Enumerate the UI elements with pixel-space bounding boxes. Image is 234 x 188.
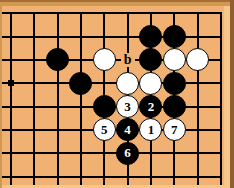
point-N16[interactable] xyxy=(69,72,92,95)
point-O15[interactable] xyxy=(93,95,116,118)
point-L12[interactable] xyxy=(23,165,46,188)
move-number-1: 1 xyxy=(148,123,155,137)
stone-white-S17[interactable] xyxy=(186,48,209,71)
point-R14[interactable]: 7 xyxy=(163,118,186,141)
point-Q13[interactable] xyxy=(139,142,162,165)
point-Q15[interactable]: 2 xyxy=(139,95,162,118)
point-T12[interactable] xyxy=(209,165,232,188)
point-T14[interactable] xyxy=(209,118,232,141)
stone-white-Q16[interactable] xyxy=(139,72,162,95)
point-O14[interactable]: 5 xyxy=(93,118,116,141)
move-number-4: 4 xyxy=(124,123,131,137)
point-Q19[interactable] xyxy=(139,2,162,25)
stone-black-N16[interactable] xyxy=(69,72,92,95)
move-number-5: 5 xyxy=(101,123,108,137)
point-P17[interactable]: b xyxy=(116,48,139,71)
stone-black-P13[interactable]: 6 xyxy=(116,142,139,165)
point-O19[interactable] xyxy=(93,2,116,25)
point-S15[interactable] xyxy=(186,95,209,118)
label-b: b xyxy=(121,53,135,67)
point-M18[interactable] xyxy=(46,25,69,48)
point-T18[interactable] xyxy=(209,25,232,48)
point-T13[interactable] xyxy=(209,142,232,165)
stone-white-O14[interactable]: 5 xyxy=(93,118,116,141)
point-R13[interactable] xyxy=(163,142,186,165)
point-K15[interactable] xyxy=(0,95,23,118)
move-number-7: 7 xyxy=(171,123,178,137)
point-O18[interactable] xyxy=(93,25,116,48)
point-S18[interactable] xyxy=(186,25,209,48)
star-point xyxy=(8,80,14,86)
point-M16[interactable] xyxy=(46,72,69,95)
point-P18[interactable] xyxy=(116,25,139,48)
point-T19[interactable] xyxy=(209,2,232,25)
point-N19[interactable] xyxy=(69,2,92,25)
point-N18[interactable] xyxy=(69,25,92,48)
point-L18[interactable] xyxy=(23,25,46,48)
stone-black-R15[interactable] xyxy=(163,95,186,118)
point-K13[interactable] xyxy=(0,142,23,165)
point-L16[interactable] xyxy=(23,72,46,95)
point-T17[interactable] xyxy=(209,48,232,71)
stone-black-Q17[interactable] xyxy=(139,48,162,71)
stone-black-P14[interactable]: 4 xyxy=(116,118,139,141)
point-P15[interactable]: 3 xyxy=(116,95,139,118)
point-Q12[interactable] xyxy=(139,165,162,188)
stone-white-P15[interactable]: 3 xyxy=(116,95,139,118)
point-R19[interactable] xyxy=(163,2,186,25)
point-N17[interactable] xyxy=(69,48,92,71)
point-Q16[interactable] xyxy=(139,72,162,95)
move-number-3: 3 xyxy=(124,100,131,114)
point-T15[interactable] xyxy=(209,95,232,118)
point-P19[interactable] xyxy=(116,2,139,25)
point-P12[interactable] xyxy=(116,165,139,188)
point-K17[interactable] xyxy=(0,48,23,71)
stone-black-R18[interactable] xyxy=(163,25,186,48)
point-R17[interactable] xyxy=(163,48,186,71)
point-R18[interactable] xyxy=(163,25,186,48)
go-board-grid: b3254176 xyxy=(0,2,233,188)
point-P13[interactable]: 6 xyxy=(116,142,139,165)
stone-black-Q18[interactable] xyxy=(139,25,162,48)
point-O17[interactable] xyxy=(93,48,116,71)
point-R15[interactable] xyxy=(163,95,186,118)
move-number-6: 6 xyxy=(124,146,131,160)
point-Q17[interactable] xyxy=(139,48,162,71)
point-K12[interactable] xyxy=(0,165,23,188)
point-S12[interactable] xyxy=(186,165,209,188)
point-M17[interactable] xyxy=(46,48,69,71)
point-R12[interactable] xyxy=(163,165,186,188)
point-T16[interactable] xyxy=(209,72,232,95)
point-M19[interactable] xyxy=(46,2,69,25)
point-K18[interactable] xyxy=(0,25,23,48)
point-R16[interactable] xyxy=(163,72,186,95)
point-Q14[interactable]: 1 xyxy=(139,118,162,141)
point-L17[interactable] xyxy=(23,48,46,71)
point-K14[interactable] xyxy=(0,118,23,141)
point-N15[interactable] xyxy=(69,95,92,118)
point-L13[interactable] xyxy=(23,142,46,165)
point-P16[interactable] xyxy=(116,72,139,95)
point-S14[interactable] xyxy=(186,118,209,141)
point-P14[interactable]: 4 xyxy=(116,118,139,141)
point-N14[interactable] xyxy=(69,118,92,141)
stone-black-O15[interactable] xyxy=(93,95,116,118)
point-K16[interactable] xyxy=(0,72,23,95)
stone-white-O17[interactable] xyxy=(93,48,116,71)
go-board-diagram: b3254176 xyxy=(0,0,234,188)
point-N13[interactable] xyxy=(69,142,92,165)
point-M13[interactable] xyxy=(46,142,69,165)
move-number-2: 2 xyxy=(148,100,155,114)
point-S13[interactable] xyxy=(186,142,209,165)
point-Q18[interactable] xyxy=(139,25,162,48)
point-S17[interactable] xyxy=(186,48,209,71)
point-S19[interactable] xyxy=(186,2,209,25)
point-M14[interactable] xyxy=(46,118,69,141)
point-M15[interactable] xyxy=(46,95,69,118)
point-L14[interactable] xyxy=(23,118,46,141)
point-N12[interactable] xyxy=(69,165,92,188)
point-O16[interactable] xyxy=(93,72,116,95)
stone-white-R17[interactable] xyxy=(163,48,186,71)
stone-white-R14[interactable]: 7 xyxy=(163,118,186,141)
point-S16[interactable] xyxy=(186,72,209,95)
stone-black-Q15[interactable]: 2 xyxy=(139,95,162,118)
point-K19[interactable] xyxy=(0,2,23,25)
stone-white-Q14[interactable]: 1 xyxy=(139,118,162,141)
stone-black-M17[interactable] xyxy=(46,48,69,71)
point-L15[interactable] xyxy=(23,95,46,118)
point-O13[interactable] xyxy=(93,142,116,165)
point-M12[interactable] xyxy=(46,165,69,188)
stone-white-P16[interactable] xyxy=(116,72,139,95)
point-L19[interactable] xyxy=(23,2,46,25)
point-O12[interactable] xyxy=(93,165,116,188)
stone-black-R16[interactable] xyxy=(163,72,186,95)
